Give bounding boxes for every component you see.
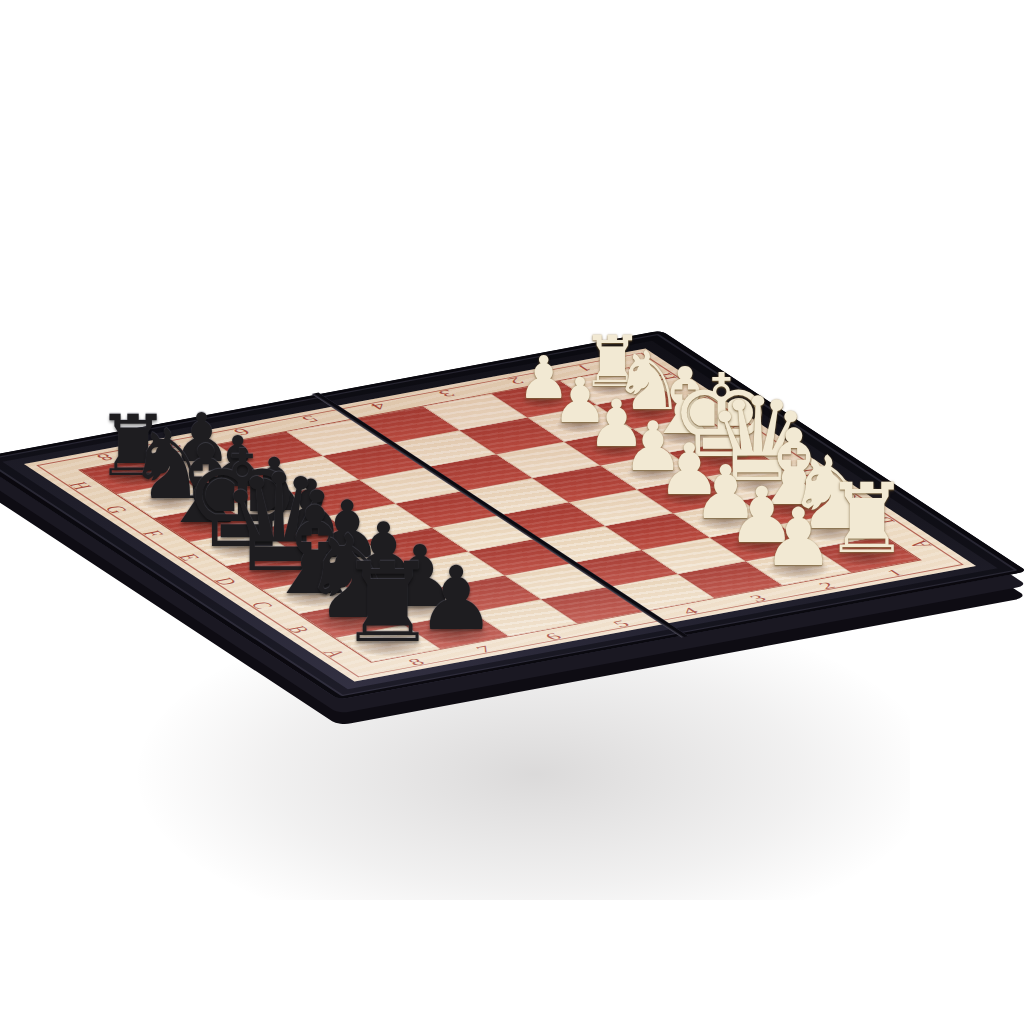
photo-background: AABBCCDDEEFFGGHH8877665544332211 ♜♟♞♟♝♟♚…: [0, 0, 1024, 1024]
piece-white-pawn-a2[interactable]: ♟: [763, 498, 835, 578]
pieces-layer: ♜♟♞♟♝♟♚♟♟♜♛♟♟♞♝♟♟♝♞♟♟♚♜♟♟♛♟♝♟♞♟♜: [0, 0, 1024, 1024]
piece-white-rook-a1[interactable]: ♜: [824, 472, 910, 568]
piece-black-rook-a8[interactable]: ♜: [339, 549, 438, 659]
